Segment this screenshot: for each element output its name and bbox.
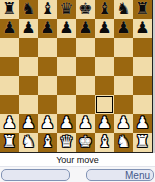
square-h5[interactable]	[133, 57, 152, 76]
square-g6[interactable]	[114, 38, 133, 57]
chess-board: ♜♞♝♛♚♝♞♜♟♟♟♟♟♟♟♟♟♟♟♟♟♟♟♟♜♞♝♛♚♝♞♜	[0, 0, 153, 153]
square-c3[interactable]	[38, 95, 57, 114]
square-d1[interactable]: ♛	[57, 133, 76, 152]
square-h8[interactable]: ♜	[133, 0, 152, 19]
piece-black-rook: ♜	[2, 0, 16, 18]
square-c2[interactable]: ♟	[38, 114, 57, 133]
piece-black-pawn: ♟	[59, 18, 73, 37]
square-a2[interactable]: ♟	[0, 114, 19, 133]
piece-black-pawn: ♟	[40, 18, 54, 37]
piece-white-king: ♚	[78, 132, 92, 151]
square-h4[interactable]	[133, 76, 152, 95]
piece-black-pawn: ♟	[78, 18, 92, 37]
square-a8[interactable]: ♜	[0, 0, 19, 19]
piece-white-knight: ♞	[21, 132, 35, 151]
square-b6[interactable]	[19, 38, 38, 57]
piece-black-pawn: ♟	[135, 18, 149, 37]
square-a3[interactable]	[0, 95, 19, 114]
square-a6[interactable]	[0, 38, 19, 57]
square-b3[interactable]	[19, 95, 38, 114]
square-a4[interactable]	[0, 76, 19, 95]
square-f1[interactable]: ♝	[95, 133, 114, 152]
softkey-bar: Menu	[0, 166, 155, 182]
square-e2[interactable]: ♟	[76, 114, 95, 133]
piece-white-rook: ♜	[2, 132, 16, 151]
square-g2[interactable]: ♟	[114, 114, 133, 133]
square-c5[interactable]	[38, 57, 57, 76]
square-e5[interactable]	[76, 57, 95, 76]
square-d7[interactable]: ♟	[57, 19, 76, 38]
piece-white-queen: ♛	[59, 132, 73, 151]
square-g7[interactable]: ♟	[114, 19, 133, 38]
menu-button-label: Menu	[125, 170, 150, 181]
square-g4[interactable]	[114, 76, 133, 95]
square-h7[interactable]: ♟	[133, 19, 152, 38]
piece-white-bishop: ♝	[97, 132, 111, 151]
square-d5[interactable]	[57, 57, 76, 76]
status-bar: Your move	[0, 153, 155, 166]
square-f6[interactable]	[95, 38, 114, 57]
square-b1[interactable]: ♞	[19, 133, 38, 152]
square-d3[interactable]	[57, 95, 76, 114]
square-d2[interactable]: ♟	[57, 114, 76, 133]
piece-black-pawn: ♟	[116, 18, 130, 37]
square-b8[interactable]: ♞	[19, 0, 38, 19]
square-b5[interactable]	[19, 57, 38, 76]
board-right-gutter	[153, 0, 155, 153]
piece-black-knight: ♞	[21, 0, 35, 18]
status-text: Your move	[56, 155, 99, 165]
piece-black-king: ♚	[78, 0, 92, 18]
square-e1[interactable]: ♚	[76, 133, 95, 152]
square-b4[interactable]	[19, 76, 38, 95]
square-c8[interactable]: ♝	[38, 0, 57, 19]
square-c1[interactable]: ♝	[38, 133, 57, 152]
piece-white-pawn: ♟	[40, 113, 54, 132]
left-softkey-button[interactable]	[1, 169, 70, 181]
piece-white-pawn: ♟	[21, 113, 35, 132]
square-b7[interactable]: ♟	[19, 19, 38, 38]
square-f3[interactable]	[95, 95, 114, 114]
piece-black-pawn: ♟	[97, 18, 111, 37]
square-g8[interactable]: ♞	[114, 0, 133, 19]
square-h2[interactable]: ♟	[133, 114, 152, 133]
piece-black-queen: ♛	[59, 0, 73, 18]
square-e8[interactable]: ♚	[76, 0, 95, 19]
board-area: ♜♞♝♛♚♝♞♜♟♟♟♟♟♟♟♟♟♟♟♟♟♟♟♟♜♞♝♛♚♝♞♜	[0, 0, 155, 153]
piece-white-bishop: ♝	[40, 132, 54, 151]
square-d8[interactable]: ♛	[57, 0, 76, 19]
square-h3[interactable]	[133, 95, 152, 114]
square-h1[interactable]: ♜	[133, 133, 152, 152]
square-a7[interactable]: ♟	[0, 19, 19, 38]
square-f4[interactable]	[95, 76, 114, 95]
square-h6[interactable]	[133, 38, 152, 57]
piece-white-rook: ♜	[135, 132, 149, 151]
piece-white-pawn: ♟	[78, 113, 92, 132]
square-f7[interactable]: ♟	[95, 19, 114, 38]
square-g3[interactable]	[114, 95, 133, 114]
square-d6[interactable]	[57, 38, 76, 57]
square-b2[interactable]: ♟	[19, 114, 38, 133]
square-c7[interactable]: ♟	[38, 19, 57, 38]
piece-white-pawn: ♟	[116, 113, 130, 132]
piece-black-bishop: ♝	[40, 0, 54, 18]
piece-black-bishop: ♝	[97, 0, 111, 18]
square-a1[interactable]: ♜	[0, 133, 19, 152]
square-g1[interactable]: ♞	[114, 133, 133, 152]
piece-black-pawn: ♟	[21, 18, 35, 37]
square-e6[interactable]	[76, 38, 95, 57]
square-d4[interactable]	[57, 76, 76, 95]
square-a5[interactable]	[0, 57, 19, 76]
piece-white-knight: ♞	[116, 132, 130, 151]
chess-app-screen: ♜♞♝♛♚♝♞♜♟♟♟♟♟♟♟♟♟♟♟♟♟♟♟♟♜♞♝♛♚♝♞♜ Your mo…	[0, 0, 155, 182]
square-f2[interactable]: ♟	[95, 114, 114, 133]
piece-black-rook: ♜	[135, 0, 149, 18]
piece-black-pawn: ♟	[2, 18, 16, 37]
square-f5[interactable]	[95, 57, 114, 76]
square-g5[interactable]	[114, 57, 133, 76]
piece-black-knight: ♞	[116, 0, 130, 18]
square-e7[interactable]: ♟	[76, 19, 95, 38]
piece-white-pawn: ♟	[59, 113, 73, 132]
square-e3[interactable]	[76, 95, 95, 114]
menu-button[interactable]: Menu	[86, 169, 154, 181]
piece-white-pawn: ♟	[135, 113, 149, 132]
square-e4[interactable]	[76, 76, 95, 95]
piece-white-pawn: ♟	[2, 113, 16, 132]
square-f8[interactable]: ♝	[95, 0, 114, 19]
square-c4[interactable]	[38, 76, 57, 95]
piece-white-pawn: ♟	[97, 113, 111, 132]
square-c6[interactable]	[38, 38, 57, 57]
